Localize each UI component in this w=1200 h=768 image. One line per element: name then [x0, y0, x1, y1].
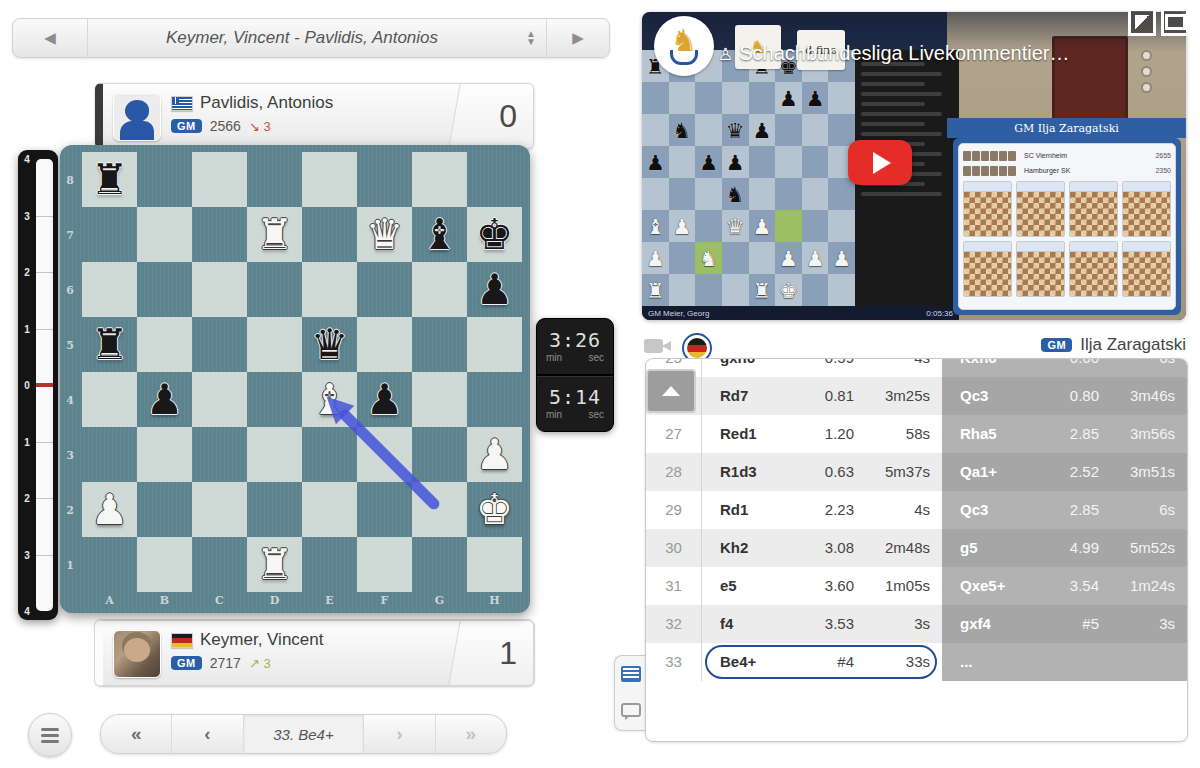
move-san[interactable]: Be4+	[720, 643, 802, 681]
move-number: 29	[646, 491, 702, 529]
move-number: 28	[646, 453, 702, 491]
player-score: 0	[499, 98, 517, 135]
square-g3[interactable]	[412, 427, 467, 482]
move-time: 1m05s	[866, 567, 942, 605]
white-clock: 5:14	[537, 385, 613, 409]
move-time: 3m46s	[1111, 377, 1187, 415]
square-a7[interactable]	[82, 207, 137, 262]
greece-flag-icon	[171, 96, 193, 111]
eval-label-7: 3	[21, 549, 33, 560]
square-f7[interactable]: ♛	[357, 207, 412, 262]
move-san[interactable]: Qc3	[960, 491, 1047, 529]
video-title[interactable]: ♙Schachbundesliga Livekommentier…	[718, 42, 1176, 65]
square-b5[interactable]	[137, 317, 192, 372]
last-move-button[interactable]: »	[436, 715, 506, 753]
gm-badge: GM	[171, 119, 202, 133]
square-g8[interactable]	[412, 152, 467, 207]
square-h8[interactable]	[467, 152, 522, 207]
file-label-G: G	[412, 594, 467, 611]
move-san[interactable]: Kxh6	[960, 358, 1047, 377]
move-row-25: 25gxh60.594sKxh60.606s	[646, 358, 1187, 377]
square-c4[interactable]	[192, 372, 247, 427]
square-b7[interactable]	[137, 207, 192, 262]
move-number: 31	[646, 567, 702, 605]
team-row: Hamburger SK 2350	[963, 163, 1171, 178]
move-row-26: 26Rd70.813m25sQc30.803m46s	[646, 377, 1187, 415]
move-san[interactable]: Qc3	[960, 377, 1047, 415]
rank-label-4: 4	[60, 393, 80, 406]
move-eval: 2.85	[1047, 415, 1111, 453]
move-time: 4s	[866, 358, 942, 377]
move-san[interactable]: Kh2	[720, 529, 802, 567]
move-eval: 3.08	[802, 529, 866, 567]
white-rook-d7[interactable]: ♜	[247, 207, 302, 262]
square-b1[interactable]	[137, 537, 192, 592]
file-label-E: E	[302, 594, 357, 611]
game-selector-bar: ◀ Keymer, Vincent - Pavlidis, Antonios ▲…	[12, 18, 610, 58]
black-king-h7[interactable]: ♚	[467, 207, 522, 262]
menu-button[interactable]	[28, 713, 72, 757]
move-eval: 0.63	[802, 453, 866, 491]
white-pawn-a2[interactable]: ♟	[82, 482, 137, 537]
mini-board	[1069, 181, 1118, 237]
rank-label-5: 5	[60, 338, 80, 351]
move-san[interactable]: Qa1+	[960, 453, 1047, 491]
eval-label-8: 4	[21, 606, 33, 617]
white-queen-f7[interactable]: ♛	[357, 207, 412, 262]
rank-label-8: 8	[60, 173, 80, 186]
move-time	[1111, 643, 1187, 681]
move-time: 1m24s	[1111, 567, 1187, 605]
eval-label-1: 3	[21, 210, 33, 221]
move-number: 32	[646, 605, 702, 643]
mini-board	[1069, 241, 1118, 297]
black-clock: 3:26	[537, 328, 613, 352]
move-eval: 4.99	[1047, 529, 1111, 567]
evaluation-track	[36, 159, 53, 611]
mini-board	[1016, 241, 1065, 297]
move-eval: 0.59	[802, 358, 866, 377]
move-row-28: 28R1d30.635m37sQa1+2.523m51s	[646, 453, 1187, 491]
square-a6[interactable]	[82, 262, 137, 317]
mini-board	[1122, 181, 1171, 237]
file-label-H: H	[467, 594, 522, 611]
move-time: 5m37s	[866, 453, 942, 491]
black-pawn-f4[interactable]: ♟	[357, 372, 412, 427]
scroll-up-button[interactable]	[646, 369, 696, 413]
move-eval: 3.53	[802, 605, 866, 643]
square-a1[interactable]	[82, 537, 137, 592]
move-eval: 3.60	[802, 567, 866, 605]
move-time: 3m25s	[866, 377, 942, 415]
square-e2[interactable]	[302, 482, 357, 537]
mini-board	[1016, 181, 1065, 237]
avatar	[113, 93, 161, 141]
rating-trend-down-icon: ↘ 3	[249, 119, 271, 134]
channel-logo[interactable]: ♞	[654, 16, 714, 76]
move-navigation: « ‹ 33. Be4+ › »	[100, 714, 507, 754]
square-b4[interactable]: ♟	[137, 372, 192, 427]
gm-badge: GM	[1041, 338, 1072, 352]
move-row-33: 33Be4+#433s...	[646, 643, 1187, 681]
square-b6[interactable]	[137, 262, 192, 317]
move-san[interactable]: ...	[960, 643, 1047, 681]
move-row-29: 29Rd12.234sQc32.856s	[646, 491, 1187, 529]
square-d4[interactable]	[247, 372, 302, 427]
player-card-white: Keymer, Vincent GM 2717 ↗ 3 1	[95, 620, 534, 686]
square-c2[interactable]	[192, 482, 247, 537]
video-board: ♜♜♚♟♟♞♛♟♟♟♟♞♝♟♛♟♟♞♟♟♟♜♜♚	[642, 50, 855, 306]
move-eval: 2.52	[1047, 453, 1111, 491]
panel-tabs	[614, 655, 647, 731]
square-d3[interactable]	[247, 427, 302, 482]
square-e5[interactable]: ♛	[302, 317, 357, 372]
square-f5[interactable]	[357, 317, 412, 372]
prev-move-button[interactable]: ‹	[172, 715, 243, 753]
square-f3[interactable]	[357, 427, 412, 482]
black-rook-a5[interactable]: ♜	[82, 317, 137, 372]
commentator-banner: GM Ilja Zaragatski	[947, 118, 1186, 138]
player-card-black: Pavlidis, Antonios GM 2566 ↘ 3 0	[95, 83, 534, 149]
move-time: 3m51s	[1111, 453, 1187, 491]
black-bishop-g7[interactable]: ♝	[412, 207, 467, 262]
square-g7[interactable]: ♝	[412, 207, 467, 262]
move-san[interactable]: Red1	[720, 415, 802, 453]
square-c1[interactable]	[192, 537, 247, 592]
square-h7[interactable]: ♚	[467, 207, 522, 262]
team-row: SC Viernheim 2655	[963, 148, 1171, 163]
game-dropdown-icon[interactable]: ▲▼	[516, 19, 546, 57]
move-time: 3s	[866, 605, 942, 643]
theater-mode-icon[interactable]	[1161, 8, 1189, 36]
square-d1[interactable]: ♜	[247, 537, 302, 592]
swap-layout-icon[interactable]	[1128, 8, 1156, 36]
move-number: 30	[646, 529, 702, 567]
move-eval: 3.54	[1047, 567, 1111, 605]
move-san[interactable]: gxf4	[960, 605, 1047, 643]
square-e4[interactable]: ♝	[302, 372, 357, 427]
eval-label-2: 2	[21, 267, 33, 278]
file-label-C: C	[192, 594, 247, 611]
game-clock: 3:26 minsec 5:14 minsec	[536, 318, 614, 432]
move-row-31: 31e53.601m05sQxe5+3.541m24s	[646, 567, 1187, 605]
square-g6[interactable]	[412, 262, 467, 317]
square-a5[interactable]: ♜	[82, 317, 137, 372]
layout-buttons	[1128, 8, 1189, 36]
score-divider	[448, 83, 534, 149]
move-row-32: 32f43.533sgxf4#53s	[646, 605, 1187, 643]
prev-game-button[interactable]: ◀	[13, 19, 88, 57]
move-number: 33	[646, 643, 702, 681]
square-e8[interactable]	[302, 152, 357, 207]
move-san[interactable]: Rd7	[720, 377, 802, 415]
square-a8[interactable]: ♜	[82, 152, 137, 207]
eval-label-0: 4	[21, 154, 33, 165]
current-move-label: 33. Be4+	[244, 715, 365, 753]
next-game-button[interactable]: ▶	[546, 19, 609, 57]
move-time: 58s	[866, 415, 942, 453]
square-h4[interactable]	[467, 372, 522, 427]
square-e7[interactable]	[302, 207, 357, 262]
move-time: 33s	[866, 643, 942, 681]
square-e3[interactable]	[302, 427, 357, 482]
youtube-play-button[interactable]	[848, 140, 912, 185]
square-h6[interactable]: ♟	[467, 262, 522, 317]
evaluation-gauge: 432101234	[18, 150, 58, 620]
move-time: 3s	[1111, 605, 1187, 643]
square-c6[interactable]	[192, 262, 247, 317]
square-f2[interactable]	[357, 482, 412, 537]
square-b3[interactable]	[137, 427, 192, 482]
app-root: ◀ Keymer, Vincent - Pavlidis, Antonios ▲…	[0, 0, 1200, 768]
square-c8[interactable]	[192, 152, 247, 207]
file-label-A: A	[82, 594, 137, 611]
square-f8[interactable]	[357, 152, 412, 207]
move-eval	[1047, 643, 1111, 681]
square-a4[interactable]	[82, 372, 137, 427]
square-g4[interactable]	[412, 372, 467, 427]
mini-board	[1122, 241, 1171, 297]
player-rating: 2717	[210, 655, 241, 671]
move-number: 27	[646, 415, 702, 453]
tab-chat[interactable]	[615, 692, 647, 728]
video-board-clock: 0:05:36	[926, 309, 953, 318]
square-a3[interactable]	[82, 427, 137, 482]
square-c5[interactable]	[192, 317, 247, 372]
next-move-button[interactable]: ›	[364, 715, 435, 753]
white-pawn-h3[interactable]: ♟	[467, 427, 522, 482]
tournament-overview: SC Viernheim 2655 Hamburger SK 2350	[953, 138, 1181, 315]
white-bishop-e4[interactable]: ♝	[302, 372, 357, 427]
eval-label-6: 2	[21, 493, 33, 504]
move-list: 25gxh60.594sKxh60.606s26Rd70.813m25sQc30…	[645, 358, 1188, 742]
move-san[interactable]: f4	[720, 605, 802, 643]
mini-board	[963, 241, 1012, 297]
game-title[interactable]: Keymer, Vincent - Pavlidis, Antonios	[88, 19, 516, 57]
move-san[interactable]: g5	[960, 529, 1047, 567]
mini-board	[963, 181, 1012, 237]
move-time: 2m48s	[866, 529, 942, 567]
black-pawn-h6[interactable]: ♟	[467, 262, 522, 317]
move-san[interactable]: gxh6	[720, 358, 802, 377]
square-h1[interactable]	[467, 537, 522, 592]
eval-label-5: 1	[21, 436, 33, 447]
move-time: 6s	[1111, 358, 1187, 377]
square-d6[interactable]	[247, 262, 302, 317]
move-san[interactable]: e5	[720, 567, 802, 605]
first-move-button[interactable]: «	[101, 715, 172, 753]
square-e6[interactable]	[302, 262, 357, 317]
square-b2[interactable]	[137, 482, 192, 537]
square-f6[interactable]	[357, 262, 412, 317]
move-row-30: 30Kh23.082m48sg54.995m52s	[646, 529, 1187, 567]
move-eval: #4	[802, 643, 866, 681]
move-eval: 2.23	[802, 491, 866, 529]
player-score: 1	[499, 635, 517, 672]
file-label-D: D	[247, 594, 302, 611]
file-label-B: B	[137, 594, 192, 611]
commentator-name: Ilja Zaragatski	[1080, 335, 1186, 355]
square-e1[interactable]	[302, 537, 357, 592]
move-time: 3m56s	[1111, 415, 1187, 453]
move-time: 4s	[866, 491, 942, 529]
rating-trend-up-icon: ↗ 3	[249, 656, 271, 671]
eval-label-4: 0	[21, 380, 33, 391]
black-rook-a8[interactable]: ♜	[82, 152, 137, 207]
rank-label-1: 1	[60, 558, 80, 571]
move-eval: 1.20	[802, 415, 866, 453]
file-label-F: F	[357, 594, 412, 611]
move-san[interactable]: Rd1	[720, 491, 802, 529]
square-h3[interactable]: ♟	[467, 427, 522, 482]
move-time: 6s	[1111, 491, 1187, 529]
white-king-h2[interactable]: ♚	[467, 482, 522, 537]
move-eval: 0.81	[802, 377, 866, 415]
avatar	[113, 630, 161, 678]
square-d7[interactable]: ♜	[247, 207, 302, 262]
score-divider	[448, 620, 534, 686]
rank-label-7: 7	[60, 228, 80, 241]
rank-label-3: 3	[60, 448, 80, 461]
square-c7[interactable]	[192, 207, 247, 262]
white-rook-d1[interactable]: ♜	[247, 537, 302, 592]
move-eval: 2.85	[1047, 491, 1111, 529]
square-b8[interactable]	[137, 152, 192, 207]
square-g5[interactable]	[412, 317, 467, 372]
evaluation-zero-line	[36, 383, 53, 387]
move-san[interactable]: Qxe5+	[960, 567, 1047, 605]
rank-label-6: 6	[60, 283, 80, 296]
square-g2[interactable]	[412, 482, 467, 537]
move-eval: 0.80	[1047, 377, 1111, 415]
move-row-27: 27Red11.2058sRha52.853m56s	[646, 415, 1187, 453]
player-name: Pavlidis, Antonios	[200, 93, 333, 113]
move-eval: 0.60	[1047, 358, 1111, 377]
square-c3[interactable]	[192, 427, 247, 482]
square-h2[interactable]: ♚	[467, 482, 522, 537]
move-time: 5m52s	[1111, 529, 1187, 567]
move-eval: #5	[1047, 605, 1111, 643]
black-queen-e5[interactable]: ♛	[302, 317, 357, 372]
youtube-video-embed[interactable]: ♜♜♚♟♟♞♛♟♟♟♟♞♝♟♛♟♟♞♟♟♟♜♜♚ GM Meier, Georg…	[642, 12, 1186, 320]
square-d2[interactable]	[247, 482, 302, 537]
player-rating: 2566	[210, 118, 241, 134]
gm-badge: GM	[171, 656, 202, 670]
move-san[interactable]: R1d3	[720, 453, 802, 491]
player-name: Keymer, Vincent	[200, 630, 323, 650]
square-g1[interactable]	[412, 537, 467, 592]
video-board-player: GM Meier, Georg	[648, 309, 709, 318]
chess-board: ♜♜♛♝♚♟♜♛♟♝♟♟♟♚♜ 87654321 ABCDEFGH	[60, 145, 530, 613]
move-san[interactable]: Rha5	[960, 415, 1047, 453]
square-f1[interactable]	[357, 537, 412, 592]
square-h5[interactable]	[467, 317, 522, 372]
germany-flag-icon	[171, 633, 193, 648]
square-f4[interactable]: ♟	[357, 372, 412, 427]
rank-label-2: 2	[60, 503, 80, 516]
eval-label-3: 1	[21, 323, 33, 334]
square-a2[interactable]: ♟	[82, 482, 137, 537]
video-camera-icon[interactable]	[644, 336, 674, 358]
square-d8[interactable]	[247, 152, 302, 207]
black-pawn-b4[interactable]: ♟	[137, 372, 192, 427]
tab-move-list[interactable]	[615, 656, 647, 692]
square-d5[interactable]	[247, 317, 302, 372]
